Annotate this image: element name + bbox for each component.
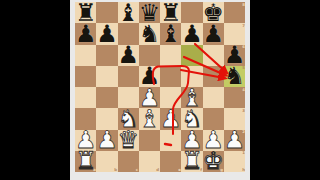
square-d2[interactable] bbox=[139, 130, 160, 151]
white-king[interactable]: ♚ bbox=[202, 149, 224, 173]
black-knight[interactable]: ♞ bbox=[139, 21, 161, 45]
square-h1[interactable]: 1h bbox=[224, 151, 245, 172]
square-h8[interactable]: 8 bbox=[224, 2, 245, 23]
square-e1[interactable]: e bbox=[160, 151, 181, 172]
square-b1[interactable]: b bbox=[96, 151, 117, 172]
square-e5[interactable] bbox=[160, 66, 181, 87]
white-pawn[interactable]: ♟ bbox=[96, 128, 118, 152]
white-rook[interactable]: ♜ bbox=[75, 149, 97, 173]
white-bishop[interactable]: ♝ bbox=[139, 106, 161, 130]
rank-label-8: 8 bbox=[242, 3, 245, 7]
black-pawn[interactable]: ♟ bbox=[117, 43, 139, 67]
letterbox-left bbox=[0, 0, 70, 180]
square-f1[interactable]: ♜f bbox=[181, 151, 202, 172]
square-e7[interactable]: ♝ bbox=[160, 23, 181, 44]
square-e3[interactable]: ♟ bbox=[160, 108, 181, 129]
black-bishop[interactable]: ♝ bbox=[160, 21, 182, 45]
file-label-h: h bbox=[242, 168, 245, 172]
square-g6[interactable] bbox=[203, 45, 224, 66]
black-pawn[interactable]: ♟ bbox=[96, 21, 118, 45]
square-e6[interactable] bbox=[160, 45, 181, 66]
square-c6[interactable]: ♟ bbox=[118, 45, 139, 66]
rank-label-4: 4 bbox=[242, 88, 245, 92]
rank-label-7: 7 bbox=[242, 24, 245, 28]
black-pawn[interactable]: ♟ bbox=[202, 21, 224, 45]
square-e2[interactable] bbox=[160, 130, 181, 151]
black-pawn[interactable]: ♟ bbox=[181, 21, 203, 45]
square-b7[interactable]: ♟ bbox=[96, 23, 117, 44]
square-b6[interactable] bbox=[96, 45, 117, 66]
square-f6[interactable] bbox=[181, 45, 202, 66]
square-g7[interactable]: ♟ bbox=[203, 23, 224, 44]
square-d1[interactable]: d bbox=[139, 151, 160, 172]
square-c5[interactable] bbox=[118, 66, 139, 87]
square-b5[interactable] bbox=[96, 66, 117, 87]
square-g4[interactable] bbox=[203, 87, 224, 108]
square-a7[interactable]: ♟ bbox=[75, 23, 96, 44]
white-queen[interactable]: ♛ bbox=[117, 128, 139, 152]
square-a6[interactable] bbox=[75, 45, 96, 66]
square-h5[interactable]: ♞5 bbox=[224, 66, 245, 87]
square-g5[interactable] bbox=[203, 66, 224, 87]
square-c8[interactable]: ♝ bbox=[118, 2, 139, 23]
square-a4[interactable] bbox=[75, 87, 96, 108]
white-pawn[interactable]: ♟ bbox=[224, 128, 246, 152]
white-rook[interactable]: ♜ bbox=[181, 149, 203, 173]
square-c2[interactable]: ♛ bbox=[118, 130, 139, 151]
square-h2[interactable]: ♟2 bbox=[224, 130, 245, 151]
rank-label-3: 3 bbox=[242, 109, 245, 113]
square-h4[interactable]: 4 bbox=[224, 87, 245, 108]
chess-board: ♜♝♛♜♚8♟♟♞♝♟♟7♟♟6♟♞5♟♝4♞♝♟♞3♟♟♛♟♟♟2♜abcde… bbox=[75, 2, 245, 172]
square-d3[interactable]: ♝ bbox=[139, 108, 160, 129]
board-margin: ♜♝♛♜♚8♟♟♞♝♟♟7♟♟6♟♞5♟♝4♞♝♟♞3♟♟♛♟♟♟2♜abcde… bbox=[70, 0, 250, 180]
square-a1[interactable]: ♜a bbox=[75, 151, 96, 172]
black-pawn[interactable]: ♟ bbox=[75, 21, 97, 45]
square-g1[interactable]: ♚g bbox=[203, 151, 224, 172]
square-f7[interactable]: ♟ bbox=[181, 23, 202, 44]
black-bishop[interactable]: ♝ bbox=[117, 0, 139, 24]
rank-label-1: 1 bbox=[242, 151, 245, 155]
black-knight[interactable]: ♞ bbox=[224, 64, 246, 88]
square-c1[interactable]: c bbox=[118, 151, 139, 172]
square-a5[interactable] bbox=[75, 66, 96, 87]
square-d7[interactable]: ♞ bbox=[139, 23, 160, 44]
white-pawn[interactable]: ♟ bbox=[160, 106, 182, 130]
square-b2[interactable]: ♟ bbox=[96, 130, 117, 151]
letterbox-right bbox=[250, 0, 320, 180]
square-b4[interactable] bbox=[96, 87, 117, 108]
